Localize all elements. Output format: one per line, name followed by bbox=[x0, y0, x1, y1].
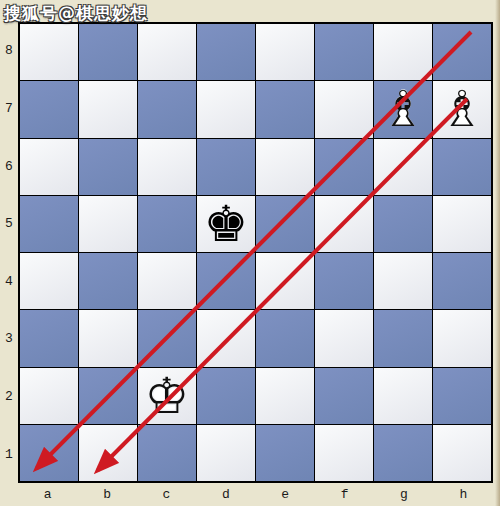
square-f2[interactable] bbox=[315, 368, 373, 424]
file-label-e: e bbox=[256, 483, 315, 506]
square-e3[interactable] bbox=[256, 310, 314, 366]
rank-label-8: 8 bbox=[0, 22, 18, 80]
square-d4[interactable] bbox=[197, 253, 255, 309]
square-h5[interactable] bbox=[433, 196, 491, 252]
square-f1[interactable] bbox=[315, 425, 373, 481]
square-b5[interactable] bbox=[79, 196, 137, 252]
square-e2[interactable] bbox=[256, 368, 314, 424]
file-label-c: c bbox=[137, 483, 196, 506]
rank-label-7: 7 bbox=[0, 80, 18, 138]
square-g6[interactable] bbox=[374, 139, 432, 195]
file-label-d: d bbox=[196, 483, 255, 506]
square-a7[interactable] bbox=[20, 81, 78, 137]
square-d1[interactable] bbox=[197, 425, 255, 481]
square-c8[interactable] bbox=[138, 24, 196, 80]
square-b2[interactable] bbox=[79, 368, 137, 424]
square-b4[interactable] bbox=[79, 253, 137, 309]
square-b7[interactable] bbox=[79, 81, 137, 137]
square-h2[interactable] bbox=[433, 368, 491, 424]
square-a5[interactable] bbox=[20, 196, 78, 252]
square-h7[interactable]: ♝♗ bbox=[433, 81, 491, 137]
square-g1[interactable] bbox=[374, 425, 432, 481]
square-g3[interactable] bbox=[374, 310, 432, 366]
square-h6[interactable] bbox=[433, 139, 491, 195]
watermark-text: 搜狐号@棋思妙想 bbox=[4, 2, 148, 25]
square-c2[interactable]: ♚♔ bbox=[138, 368, 196, 424]
square-b6[interactable] bbox=[79, 139, 137, 195]
square-c7[interactable] bbox=[138, 81, 196, 137]
square-h8[interactable] bbox=[433, 24, 491, 80]
square-f4[interactable] bbox=[315, 253, 373, 309]
square-b8[interactable] bbox=[79, 24, 137, 80]
rank-labels: 87654321 bbox=[0, 22, 18, 483]
white-bishop-g7[interactable]: ♝♗ bbox=[374, 81, 432, 137]
square-a3[interactable] bbox=[20, 310, 78, 366]
square-d3[interactable] bbox=[197, 310, 255, 366]
square-e8[interactable] bbox=[256, 24, 314, 80]
file-label-b: b bbox=[77, 483, 136, 506]
square-f3[interactable] bbox=[315, 310, 373, 366]
square-a2[interactable] bbox=[20, 368, 78, 424]
square-c5[interactable] bbox=[138, 196, 196, 252]
square-e1[interactable] bbox=[256, 425, 314, 481]
square-b1[interactable] bbox=[79, 425, 137, 481]
square-g7[interactable]: ♝♗ bbox=[374, 81, 432, 137]
file-label-h: h bbox=[434, 483, 493, 506]
square-g8[interactable] bbox=[374, 24, 432, 80]
square-d5[interactable]: ♚ bbox=[197, 196, 255, 252]
rank-label-2: 2 bbox=[0, 368, 18, 426]
square-f6[interactable] bbox=[315, 139, 373, 195]
file-labels: abcdefgh bbox=[18, 483, 493, 506]
square-a4[interactable] bbox=[20, 253, 78, 309]
rank-label-4: 4 bbox=[0, 253, 18, 311]
square-a1[interactable] bbox=[20, 425, 78, 481]
square-d8[interactable] bbox=[197, 24, 255, 80]
file-label-a: a bbox=[18, 483, 77, 506]
square-f7[interactable] bbox=[315, 81, 373, 137]
chess-diagram-page: { "game": "chess", "position": { "fen": … bbox=[0, 0, 500, 506]
square-a8[interactable] bbox=[20, 24, 78, 80]
square-d2[interactable] bbox=[197, 368, 255, 424]
square-c1[interactable] bbox=[138, 425, 196, 481]
black-king-d5[interactable]: ♚ bbox=[197, 196, 255, 252]
rank-label-6: 6 bbox=[0, 137, 18, 195]
file-label-f: f bbox=[315, 483, 374, 506]
square-e4[interactable] bbox=[256, 253, 314, 309]
square-c3[interactable] bbox=[138, 310, 196, 366]
file-label-g: g bbox=[374, 483, 433, 506]
square-g4[interactable] bbox=[374, 253, 432, 309]
rank-label-5: 5 bbox=[0, 195, 18, 253]
square-e5[interactable] bbox=[256, 196, 314, 252]
square-c6[interactable] bbox=[138, 139, 196, 195]
white-king-c2[interactable]: ♚♔ bbox=[138, 368, 196, 424]
square-a6[interactable] bbox=[20, 139, 78, 195]
square-d7[interactable] bbox=[197, 81, 255, 137]
square-e7[interactable] bbox=[256, 81, 314, 137]
square-g5[interactable] bbox=[374, 196, 432, 252]
square-h3[interactable] bbox=[433, 310, 491, 366]
white-bishop-h7[interactable]: ♝♗ bbox=[433, 81, 491, 137]
square-f8[interactable] bbox=[315, 24, 373, 80]
square-b3[interactable] bbox=[79, 310, 137, 366]
square-c4[interactable] bbox=[138, 253, 196, 309]
rank-label-1: 1 bbox=[0, 425, 18, 483]
square-f5[interactable] bbox=[315, 196, 373, 252]
square-h4[interactable] bbox=[433, 253, 491, 309]
rank-label-3: 3 bbox=[0, 310, 18, 368]
square-h1[interactable] bbox=[433, 425, 491, 481]
square-g2[interactable] bbox=[374, 368, 432, 424]
chess-board: ♝♗♝♗♚♚♔ bbox=[18, 22, 493, 483]
square-e6[interactable] bbox=[256, 139, 314, 195]
square-d6[interactable] bbox=[197, 139, 255, 195]
